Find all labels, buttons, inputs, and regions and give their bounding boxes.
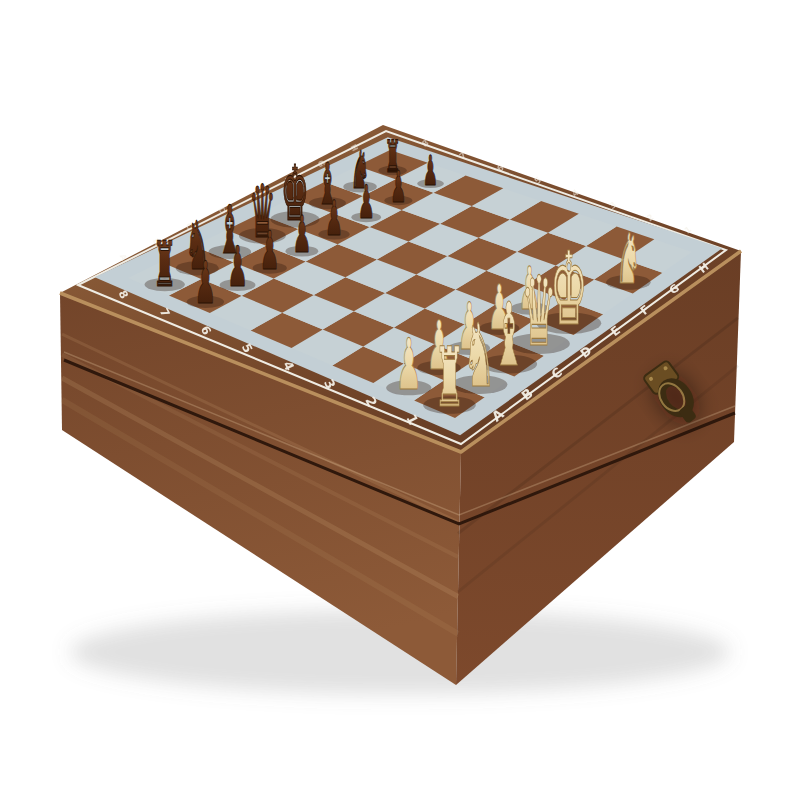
scene-svg: 12345678ABCDEFGH12345678ABCDEFGH♜♟♞♟♝♟♚♟… (0, 0, 800, 800)
piece-light-n-g1[interactable]: ♞ (616, 219, 642, 300)
piece-dark-p-e7[interactable]: ♟ (325, 189, 343, 247)
piece-light-r-a1[interactable]: ♜ (434, 329, 465, 426)
piece-dark-p-a7[interactable]: ♟ (195, 248, 217, 317)
chess-box-product-photo: Overhead-angle product photo of a walnut… (0, 0, 800, 800)
piece-light-p-a2[interactable]: ♟ (396, 323, 422, 405)
piece-dark-r-a8[interactable]: ♜ (153, 227, 176, 300)
piece-light-q-d1[interactable]: ♛ (521, 255, 557, 367)
piece-dark-p-h7[interactable]: ♟ (423, 147, 438, 194)
piece-light-n-b1[interactable]: ♞ (463, 305, 496, 407)
piece-dark-p-g7[interactable]: ♟ (390, 161, 406, 212)
piece-dark-p-c7[interactable]: ♟ (260, 219, 280, 282)
piece-light-b-c1[interactable]: ♝ (493, 284, 525, 386)
piece-dark-p-b7[interactable]: ♟ (227, 234, 248, 299)
piece-dark-p-f7[interactable]: ♟ (358, 175, 375, 229)
piece-dark-p-d7[interactable]: ♟ (292, 205, 311, 264)
